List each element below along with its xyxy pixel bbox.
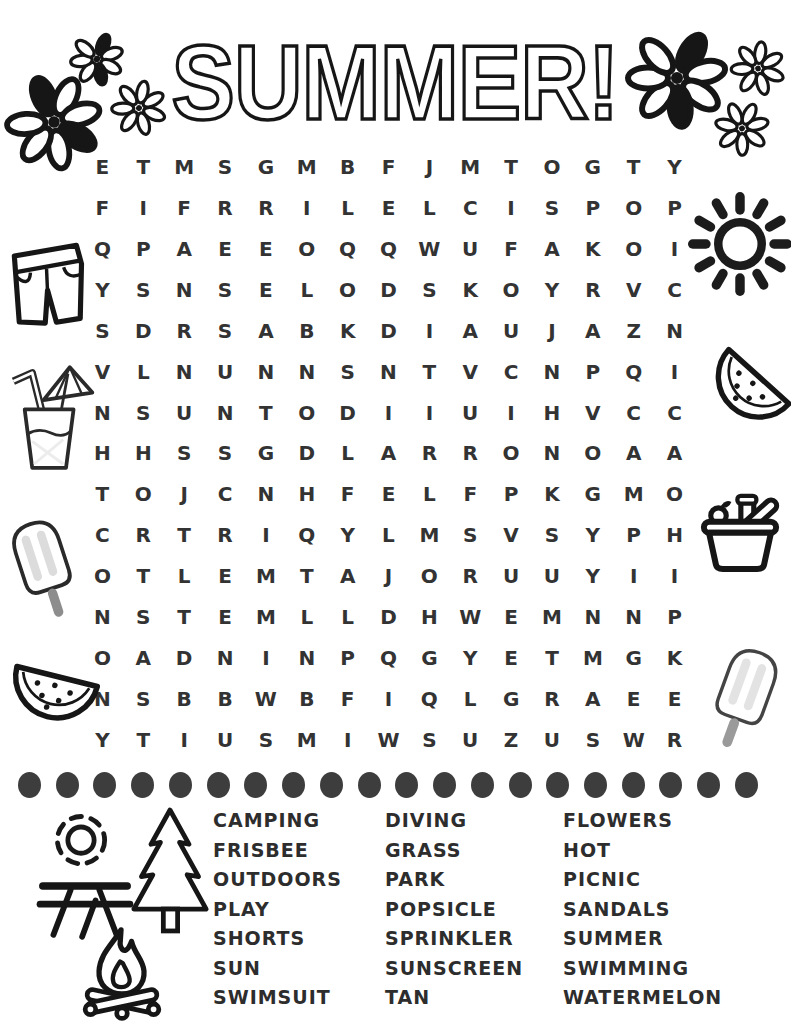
grid-cell-r9c14[interactable]: M bbox=[613, 474, 654, 515]
word-item-tan: TAN bbox=[385, 983, 563, 1013]
grid-cell-r4c5[interactable]: E bbox=[245, 270, 286, 311]
grid-cell-r14c13[interactable]: A bbox=[572, 678, 613, 719]
grid-cell-r7c5[interactable]: T bbox=[245, 392, 286, 433]
grid-cell-r9c5[interactable]: N bbox=[245, 474, 286, 515]
separator-dot bbox=[584, 772, 607, 798]
pine-tree-icon bbox=[130, 805, 210, 935]
grid-cell-r1c2[interactable]: T bbox=[123, 147, 164, 188]
grid-cell-r14c11[interactable]: G bbox=[491, 678, 532, 719]
grid-cell-r10c10[interactable]: S bbox=[450, 515, 491, 556]
grid-cell-r1c8[interactable]: F bbox=[368, 147, 409, 188]
grid-cell-r9c11[interactable]: P bbox=[491, 474, 532, 515]
flower-icon bbox=[727, 40, 789, 97]
word-list-column-2: DIVINGGRASSPARKPOPSICLESPRINKLERSUNSCREE… bbox=[385, 806, 563, 1013]
grid-cell-r4c12[interactable]: Y bbox=[532, 270, 573, 311]
grid-cell-r11c2[interactable]: T bbox=[123, 556, 164, 597]
grid-cell-r3c6[interactable]: O bbox=[286, 229, 327, 270]
grid-cell-r6c3[interactable]: N bbox=[164, 351, 205, 392]
flower-icon bbox=[712, 100, 772, 157]
grid-cell-r11c9[interactable]: O bbox=[409, 556, 450, 597]
grid-cell-r7c4[interactable]: N bbox=[205, 392, 246, 433]
grid-cell-r13c7[interactable]: P bbox=[327, 637, 368, 678]
grid-cell-r11c14[interactable]: I bbox=[613, 556, 654, 597]
word-item-swimming: SWIMMING bbox=[563, 954, 763, 984]
worksheet-page: SUMMER! ETMSGMBFJMTOGTYFIFRRILELCISPOPQP… bbox=[0, 0, 791, 1024]
grid-cell-r10c1[interactable]: C bbox=[82, 515, 123, 556]
grid-cell-r11c5[interactable]: M bbox=[245, 556, 286, 597]
grid-cell-r2c9[interactable]: L bbox=[409, 188, 450, 229]
word-item-diving: DIVING bbox=[385, 806, 563, 836]
separator-dot bbox=[320, 772, 343, 798]
grid-cell-r2c10[interactable]: C bbox=[450, 188, 491, 229]
grid-cell-r13c4[interactable]: N bbox=[205, 637, 246, 678]
grid-cell-r2c4[interactable]: R bbox=[205, 188, 246, 229]
grid-cell-r7c2[interactable]: S bbox=[123, 392, 164, 433]
grid-cell-r10c8[interactable]: L bbox=[368, 515, 409, 556]
dot-separator bbox=[18, 771, 758, 798]
grid-cell-r6c4[interactable]: U bbox=[205, 351, 246, 392]
grid-cell-r1c4[interactable]: S bbox=[205, 147, 246, 188]
grid-cell-r1c5[interactable]: G bbox=[245, 147, 286, 188]
grid-cell-r9c9[interactable]: L bbox=[409, 474, 450, 515]
grid-cell-r11c7[interactable]: A bbox=[327, 556, 368, 597]
separator-dot bbox=[697, 772, 720, 798]
grid-cell-r15c6[interactable]: M bbox=[286, 719, 327, 760]
grid-cell-r3c5[interactable]: E bbox=[245, 229, 286, 270]
grid-cell-r13c15[interactable]: K bbox=[654, 637, 695, 678]
grid-cell-r2c3[interactable]: F bbox=[164, 188, 205, 229]
grid-cell-r14c5[interactable]: W bbox=[245, 678, 286, 719]
grid-cell-r15c14[interactable]: W bbox=[613, 719, 654, 760]
grid-cell-r5c14[interactable]: Z bbox=[613, 310, 654, 351]
grid-cell-r13c3[interactable]: D bbox=[164, 637, 205, 678]
grid-cell-r13c9[interactable]: G bbox=[409, 637, 450, 678]
grid-cell-r15c9[interactable]: S bbox=[409, 719, 450, 760]
grid-cell-r9c10[interactable]: F bbox=[450, 474, 491, 515]
word-item-summer: SUMMER bbox=[563, 924, 763, 954]
grid-cell-r9c2[interactable]: O bbox=[123, 474, 164, 515]
grid-cell-r7c9[interactable]: I bbox=[409, 392, 450, 433]
grid-cell-r14c8[interactable]: I bbox=[368, 678, 409, 719]
letter-grid: ETMSGMBFJMTOGTYFIFRRILELCISPOPQPAEEOQQWU… bbox=[82, 147, 695, 760]
grid-cell-r11c11[interactable]: U bbox=[491, 556, 532, 597]
sun-icon bbox=[688, 192, 791, 296]
grid-cell-r8c6[interactable]: D bbox=[286, 433, 327, 474]
grid-cell-r13c2[interactable]: A bbox=[123, 637, 164, 678]
grid-cell-r10c15[interactable]: H bbox=[654, 515, 695, 556]
grid-cell-r5c6[interactable]: B bbox=[286, 310, 327, 351]
grid-cell-r3c8[interactable]: Q bbox=[368, 229, 409, 270]
grid-cell-r3c3[interactable]: A bbox=[164, 229, 205, 270]
grid-cell-r12c12[interactable]: M bbox=[532, 597, 573, 638]
grid-cell-r4c3[interactable]: N bbox=[164, 270, 205, 311]
separator-dot bbox=[433, 772, 456, 798]
grid-cell-r8c15[interactable]: A bbox=[654, 433, 695, 474]
grid-cell-r9c1[interactable]: T bbox=[82, 474, 123, 515]
separator-dot bbox=[207, 772, 230, 798]
grid-cell-r5c7[interactable]: K bbox=[327, 310, 368, 351]
separator-dot bbox=[735, 772, 758, 798]
grid-cell-r12c9[interactable]: H bbox=[409, 597, 450, 638]
grid-cell-r3c12[interactable]: A bbox=[532, 229, 573, 270]
grid-cell-r10c6[interactable]: Q bbox=[286, 515, 327, 556]
popsicle-icon bbox=[694, 636, 791, 768]
grid-cell-r1c11[interactable]: T bbox=[491, 147, 532, 188]
word-item-watermelon: WATERMELON bbox=[563, 983, 763, 1013]
grid-cell-r12c4[interactable]: E bbox=[205, 597, 246, 638]
grid-cell-r7c14[interactable]: C bbox=[613, 392, 654, 433]
grid-cell-r6c6[interactable]: N bbox=[286, 351, 327, 392]
grid-cell-r7c12[interactable]: H bbox=[532, 392, 573, 433]
grid-cell-r7c15[interactable]: C bbox=[654, 392, 695, 433]
grid-cell-r13c1[interactable]: O bbox=[82, 637, 123, 678]
grid-cell-r15c15[interactable]: R bbox=[654, 719, 695, 760]
grid-cell-r10c5[interactable]: I bbox=[245, 515, 286, 556]
grid-cell-r7c13[interactable]: V bbox=[572, 392, 613, 433]
grid-cell-r14c10[interactable]: L bbox=[450, 678, 491, 719]
grid-cell-r4c14[interactable]: V bbox=[613, 270, 654, 311]
grid-cell-r4c6[interactable]: L bbox=[286, 270, 327, 311]
grid-cell-r14c6[interactable]: B bbox=[286, 678, 327, 719]
grid-cell-r7c10[interactable]: U bbox=[450, 392, 491, 433]
grid-cell-r14c2[interactable]: S bbox=[123, 678, 164, 719]
separator-dot bbox=[282, 772, 305, 798]
grid-cell-r15c7[interactable]: I bbox=[327, 719, 368, 760]
word-item-frisbee: FRISBEE bbox=[213, 836, 385, 866]
grid-cell-r11c10[interactable]: R bbox=[450, 556, 491, 597]
grid-cell-r9c13[interactable]: G bbox=[572, 474, 613, 515]
grid-cell-r3c14[interactable]: O bbox=[613, 229, 654, 270]
word-item-flowers: FLOWERS bbox=[563, 806, 763, 836]
separator-dot bbox=[56, 772, 79, 798]
grid-cell-r11c3[interactable]: L bbox=[164, 556, 205, 597]
grid-cell-r10c14[interactable]: P bbox=[613, 515, 654, 556]
grid-cell-r6c14[interactable]: Q bbox=[613, 351, 654, 392]
word-item-outdoors: OUTDOORS bbox=[213, 865, 385, 895]
grid-cell-r13c5[interactable]: I bbox=[245, 637, 286, 678]
grid-cell-r1c10[interactable]: M bbox=[450, 147, 491, 188]
grid-cell-r3c11[interactable]: F bbox=[491, 229, 532, 270]
word-item-sun: SUN bbox=[213, 954, 385, 984]
separator-dot bbox=[93, 772, 116, 798]
grid-cell-r15c2[interactable]: T bbox=[123, 719, 164, 760]
grid-cell-r9c15[interactable]: O bbox=[654, 474, 695, 515]
grid-cell-r2c6[interactable]: I bbox=[286, 188, 327, 229]
grid-cell-r12c7[interactable]: L bbox=[327, 597, 368, 638]
separator-dot bbox=[395, 772, 418, 798]
grid-cell-r1c13[interactable]: G bbox=[572, 147, 613, 188]
grid-cell-r2c5[interactable]: R bbox=[245, 188, 286, 229]
grid-cell-r9c8[interactable]: E bbox=[368, 474, 409, 515]
grid-cell-r15c12[interactable]: U bbox=[532, 719, 573, 760]
grid-cell-r4c2[interactable]: S bbox=[123, 270, 164, 311]
grid-cell-r7c6[interactable]: O bbox=[286, 392, 327, 433]
grid-cell-r8c5[interactable]: G bbox=[245, 433, 286, 474]
grid-cell-r8c9[interactable]: R bbox=[409, 433, 450, 474]
grid-cell-r10c7[interactable]: Y bbox=[327, 515, 368, 556]
grid-cell-r3c4[interactable]: E bbox=[205, 229, 246, 270]
grid-cell-r3c2[interactable]: P bbox=[123, 229, 164, 270]
grid-cell-r14c14[interactable]: E bbox=[613, 678, 654, 719]
grid-cell-r8c4[interactable]: S bbox=[205, 433, 246, 474]
grid-cell-r1c14[interactable]: T bbox=[613, 147, 654, 188]
word-item-grass: GRASS bbox=[385, 836, 563, 866]
flower-icon bbox=[110, 79, 168, 137]
grid-cell-r12c6[interactable]: L bbox=[286, 597, 327, 638]
grid-cell-r2c14[interactable]: O bbox=[613, 188, 654, 229]
grid-cell-r11c12[interactable]: U bbox=[532, 556, 573, 597]
grid-cell-r5c4[interactable]: S bbox=[205, 310, 246, 351]
word-item-picnic: PICNIC bbox=[563, 865, 763, 895]
grid-cell-r5c13[interactable]: A bbox=[572, 310, 613, 351]
grid-cell-r10c9[interactable]: M bbox=[409, 515, 450, 556]
grid-cell-r10c2[interactable]: R bbox=[123, 515, 164, 556]
drink-umbrella-icon bbox=[4, 360, 98, 474]
grid-cell-r2c2[interactable]: I bbox=[123, 188, 164, 229]
grid-cell-r4c8[interactable]: D bbox=[368, 270, 409, 311]
separator-dot bbox=[358, 772, 381, 798]
grid-cell-r6c9[interactable]: T bbox=[409, 351, 450, 392]
separator-dot bbox=[622, 772, 645, 798]
watermelon-icon bbox=[691, 340, 791, 445]
grid-cell-r7c8[interactable]: I bbox=[368, 392, 409, 433]
grid-cell-r1c9[interactable]: J bbox=[409, 147, 450, 188]
grid-cell-r13c10[interactable]: Y bbox=[450, 637, 491, 678]
picnic-basket-icon bbox=[697, 489, 783, 575]
grid-cell-r1c15[interactable]: Y bbox=[654, 147, 695, 188]
grid-cell-r9c7[interactable]: F bbox=[327, 474, 368, 515]
grid-cell-r5c5[interactable]: A bbox=[245, 310, 286, 351]
grid-cell-r10c12[interactable]: S bbox=[532, 515, 573, 556]
word-list-column-3: FLOWERSHOTPICNICSANDALSSUMMERSWIMMINGWAT… bbox=[563, 806, 763, 1013]
grid-cell-r8c7[interactable]: L bbox=[327, 433, 368, 474]
grid-cell-r6c11[interactable]: C bbox=[491, 351, 532, 392]
word-list-column-1: CAMPINGFRISBEEOUTDOORSPLAYSHORTSSUNSWIMS… bbox=[213, 806, 385, 1013]
grid-cell-r13c8[interactable]: Q bbox=[368, 637, 409, 678]
grid-cell-r2c7[interactable]: L bbox=[327, 188, 368, 229]
grid-cell-r14c3[interactable]: B bbox=[164, 678, 205, 719]
grid-cell-r4c13[interactable]: R bbox=[572, 270, 613, 311]
grid-cell-r12c13[interactable]: N bbox=[572, 597, 613, 638]
grid-cell-r12c5[interactable]: M bbox=[245, 597, 286, 638]
grid-cell-r12c15[interactable]: P bbox=[654, 597, 695, 638]
grid-cell-r7c11[interactable]: I bbox=[491, 392, 532, 433]
grid-cell-r12c10[interactable]: W bbox=[450, 597, 491, 638]
grid-cell-r12c14[interactable]: N bbox=[613, 597, 654, 638]
grid-cell-r3c10[interactable]: U bbox=[450, 229, 491, 270]
separator-dot bbox=[509, 772, 532, 798]
grid-cell-r5c3[interactable]: R bbox=[164, 310, 205, 351]
separator-dot bbox=[169, 772, 192, 798]
grid-cell-r8c8[interactable]: A bbox=[368, 433, 409, 474]
grid-cell-r9c4[interactable]: C bbox=[205, 474, 246, 515]
grid-cell-r15c4[interactable]: U bbox=[205, 719, 246, 760]
grid-cell-r15c11[interactable]: Z bbox=[491, 719, 532, 760]
grid-cell-r11c13[interactable]: Y bbox=[572, 556, 613, 597]
grid-cell-r4c9[interactable]: S bbox=[409, 270, 450, 311]
grid-cell-r4c7[interactable]: O bbox=[327, 270, 368, 311]
shorts-icon bbox=[2, 237, 96, 336]
grid-cell-r2c13[interactable]: P bbox=[572, 188, 613, 229]
grid-cell-r8c3[interactable]: S bbox=[164, 433, 205, 474]
grid-cell-r10c11[interactable]: V bbox=[491, 515, 532, 556]
grid-cell-r3c13[interactable]: K bbox=[572, 229, 613, 270]
grid-cell-r12c2[interactable]: S bbox=[123, 597, 164, 638]
grid-cell-r5c8[interactable]: D bbox=[368, 310, 409, 351]
grid-cell-r12c8[interactable]: D bbox=[368, 597, 409, 638]
grid-cell-r6c12[interactable]: N bbox=[532, 351, 573, 392]
grid-cell-r15c5[interactable]: S bbox=[245, 719, 286, 760]
grid-cell-r15c3[interactable]: I bbox=[164, 719, 205, 760]
grid-cell-r2c1[interactable]: F bbox=[82, 188, 123, 229]
word-item-play: PLAY bbox=[213, 895, 385, 925]
campfire-icon bbox=[78, 924, 166, 1020]
grid-cell-r1c3[interactable]: M bbox=[164, 147, 205, 188]
grid-cell-r1c12[interactable]: O bbox=[532, 147, 573, 188]
dashed-sun-icon bbox=[46, 808, 116, 874]
grid-cell-r9c6[interactable]: H bbox=[286, 474, 327, 515]
word-list: CAMPINGFRISBEEOUTDOORSPLAYSHORTSSUNSWIMS… bbox=[213, 806, 763, 1013]
grid-cell-r14c4[interactable]: B bbox=[205, 678, 246, 719]
grid-cell-r11c8[interactable]: J bbox=[368, 556, 409, 597]
grid-cell-r6c10[interactable]: V bbox=[450, 351, 491, 392]
word-item-park: PARK bbox=[385, 865, 563, 895]
grid-cell-r9c12[interactable]: K bbox=[532, 474, 573, 515]
separator-dot bbox=[546, 772, 569, 798]
grid-cell-r13c11[interactable]: E bbox=[491, 637, 532, 678]
grid-cell-r9c3[interactable]: J bbox=[164, 474, 205, 515]
grid-cell-r6c5[interactable]: N bbox=[245, 351, 286, 392]
grid-cell-r14c7[interactable]: F bbox=[327, 678, 368, 719]
word-item-shorts: SHORTS bbox=[213, 924, 385, 954]
grid-cell-r7c7[interactable]: D bbox=[327, 392, 368, 433]
grid-cell-r15c8[interactable]: W bbox=[368, 719, 409, 760]
grid-cell-r15c10[interactable]: U bbox=[450, 719, 491, 760]
grid-cell-r4c10[interactable]: K bbox=[450, 270, 491, 311]
grid-cell-r13c12[interactable]: T bbox=[532, 637, 573, 678]
grid-cell-r4c4[interactable]: S bbox=[205, 270, 246, 311]
grid-cell-r8c2[interactable]: H bbox=[123, 433, 164, 474]
grid-cell-r3c7[interactable]: Q bbox=[327, 229, 368, 270]
grid-cell-r11c15[interactable]: I bbox=[654, 556, 695, 597]
grid-cell-r7c3[interactable]: U bbox=[164, 392, 205, 433]
grid-cell-r13c6[interactable]: N bbox=[286, 637, 327, 678]
grid-cell-r5c2[interactable]: D bbox=[123, 310, 164, 351]
grid-cell-r3c9[interactable]: W bbox=[409, 229, 450, 270]
grid-cell-r5c10[interactable]: A bbox=[450, 310, 491, 351]
grid-cell-r1c7[interactable]: B bbox=[327, 147, 368, 188]
page-title: SUMMER! bbox=[150, 22, 640, 144]
separator-dot bbox=[471, 772, 494, 798]
grid-cell-r8c11[interactable]: O bbox=[491, 433, 532, 474]
grid-cell-r6c13[interactable]: P bbox=[572, 351, 613, 392]
grid-cell-r10c13[interactable]: Y bbox=[572, 515, 613, 556]
word-item-camping: CAMPING bbox=[213, 806, 385, 836]
grid-cell-r5c11[interactable]: U bbox=[491, 310, 532, 351]
grid-cell-r1c1[interactable]: E bbox=[82, 147, 123, 188]
grid-cell-r5c9[interactable]: I bbox=[409, 310, 450, 351]
word-item-sunscreen: SUNSCREEN bbox=[385, 954, 563, 984]
grid-cell-r5c12[interactable]: J bbox=[532, 310, 573, 351]
grid-cell-r11c4[interactable]: E bbox=[205, 556, 246, 597]
grid-cell-r10c4[interactable]: R bbox=[205, 515, 246, 556]
grid-cell-r8c12[interactable]: N bbox=[532, 433, 573, 474]
word-item-sandals: SANDALS bbox=[563, 895, 763, 925]
grid-cell-r6c15[interactable]: I bbox=[654, 351, 695, 392]
grid-cell-r8c13[interactable]: O bbox=[572, 433, 613, 474]
grid-cell-r6c8[interactable]: N bbox=[368, 351, 409, 392]
word-item-swimsuit: SWIMSUIT bbox=[213, 983, 385, 1013]
grid-cell-r13c13[interactable]: M bbox=[572, 637, 613, 678]
grid-cell-r14c15[interactable]: E bbox=[654, 678, 695, 719]
grid-cell-r4c11[interactable]: O bbox=[491, 270, 532, 311]
separator-dot bbox=[244, 772, 267, 798]
word-item-popsicle: POPSICLE bbox=[385, 895, 563, 925]
grid-cell-r13c14[interactable]: G bbox=[613, 637, 654, 678]
grid-cell-r2c8[interactable]: E bbox=[368, 188, 409, 229]
separator-dot bbox=[659, 772, 682, 798]
grid-cell-r14c12[interactable]: R bbox=[532, 678, 573, 719]
grid-cell-r10c3[interactable]: T bbox=[164, 515, 205, 556]
separator-dot bbox=[18, 772, 41, 798]
grid-cell-r5c15[interactable]: N bbox=[654, 310, 695, 351]
grid-cell-r8c10[interactable]: R bbox=[450, 433, 491, 474]
grid-cell-r2c11[interactable]: I bbox=[491, 188, 532, 229]
separator-dot bbox=[131, 772, 154, 798]
grid-cell-r11c6[interactable]: T bbox=[286, 556, 327, 597]
grid-cell-r8c14[interactable]: A bbox=[613, 433, 654, 474]
grid-cell-r6c2[interactable]: L bbox=[123, 351, 164, 392]
grid-cell-r1c6[interactable]: M bbox=[286, 147, 327, 188]
grid-cell-r15c13[interactable]: S bbox=[572, 719, 613, 760]
grid-cell-r6c7[interactable]: S bbox=[327, 351, 368, 392]
grid-cell-r12c11[interactable]: E bbox=[491, 597, 532, 638]
grid-cell-r2c12[interactable]: S bbox=[532, 188, 573, 229]
word-item-hot: HOT bbox=[563, 836, 763, 866]
grid-cell-r12c3[interactable]: T bbox=[164, 597, 205, 638]
grid-cell-r14c9[interactable]: Q bbox=[409, 678, 450, 719]
word-item-sprinkler: SPRINKLER bbox=[385, 924, 563, 954]
